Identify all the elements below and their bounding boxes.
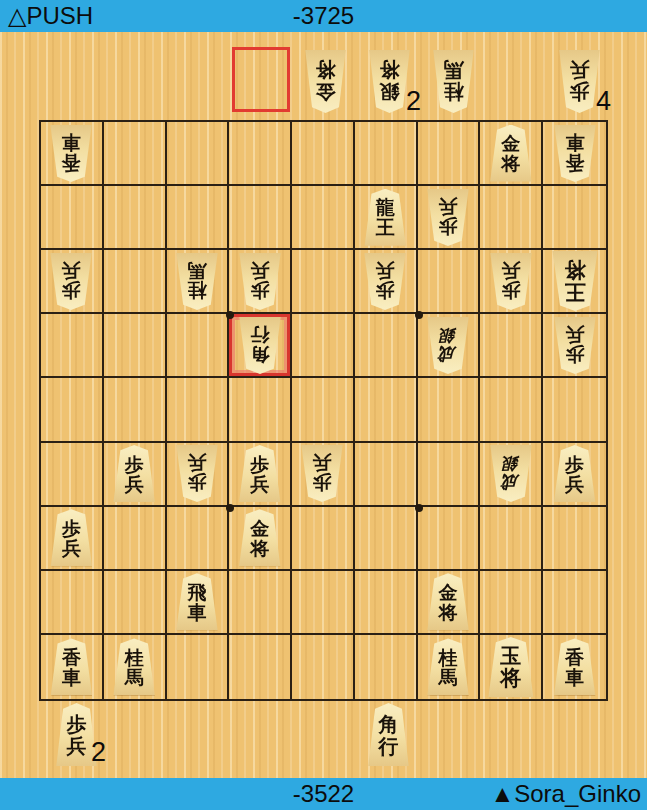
sente-piece-飛車[interactable]: 飛車 (174, 573, 220, 630)
piece-kanji: 歩 (125, 454, 144, 474)
gote-piece-歩兵[interactable]: 歩兵 (488, 253, 534, 310)
piece-kanji: 成 (502, 474, 519, 492)
board-cell[interactable] (292, 378, 355, 442)
bottom-bar: -3522 ▲Sora_Ginko (0, 778, 647, 810)
piece-kanji: 角 (379, 713, 399, 735)
piece-kanji: 将 (564, 259, 585, 281)
gote-piece-香車[interactable]: 香車 (552, 125, 598, 182)
board-cell[interactable]: 歩兵 (41, 507, 104, 571)
piece-kanji: 香 (565, 153, 584, 173)
top-bar: △PUSH -3725 (0, 0, 647, 32)
board-cell[interactable]: 金将 (229, 507, 292, 571)
piece-kanji: 歩 (250, 281, 269, 301)
gote-piece-成銀[interactable]: 成銀 (425, 317, 471, 374)
piece-kanji: 金 (439, 582, 458, 602)
piece-kanji: 香 (62, 647, 81, 667)
board-cell[interactable] (418, 507, 481, 571)
board-cell[interactable] (480, 571, 543, 635)
piece-kanji: 銀 (380, 82, 400, 104)
board-cell[interactable]: 金将 (418, 571, 481, 635)
piece-kanji: 歩 (313, 474, 332, 494)
board-cell[interactable]: 桂馬 (104, 635, 167, 699)
hoshi-dot (415, 311, 423, 319)
board-cell[interactable]: 香車 (41, 122, 104, 186)
sente-piece-香車[interactable]: 香車 (48, 638, 94, 695)
piece-kanji: 香 (565, 647, 584, 667)
piece-kanji: 銀 (440, 327, 457, 345)
piece-kanji: 金 (316, 82, 336, 104)
hand-piece-count: 4 (596, 86, 611, 117)
board-cell[interactable]: 歩兵 (418, 186, 481, 250)
gote-piece-歩兵[interactable]: 歩兵 (362, 253, 408, 310)
gote-piece-歩兵[interactable]: 歩兵 (48, 253, 94, 310)
piece-kanji: 兵 (67, 735, 87, 757)
board-cell[interactable] (418, 443, 481, 507)
piece-kanji: 歩 (570, 82, 590, 104)
piece-kanji: 兵 (250, 474, 269, 494)
board-cell[interactable]: 歩兵 (229, 250, 292, 314)
hand-piece-count: 2 (91, 737, 106, 768)
piece-kanji: 桂 (444, 82, 464, 104)
board-cell[interactable] (355, 507, 418, 571)
piece-kanji: 兵 (62, 261, 81, 281)
piece-kanji: 行 (250, 325, 269, 345)
gote-piece-桂馬[interactable]: 桂馬 (174, 253, 220, 310)
board-cell[interactable] (355, 635, 418, 699)
board-cell[interactable]: 歩兵 (167, 443, 230, 507)
piece-kanji: 桂 (439, 647, 458, 667)
piece-kanji: 車 (187, 602, 206, 622)
board-cell[interactable] (292, 314, 355, 378)
board-cell[interactable] (480, 314, 543, 378)
board-cell[interactable]: 王将 (543, 250, 606, 314)
piece-kanji: 兵 (501, 261, 520, 281)
gote-piece-角行[interactable]: 角行 (237, 317, 283, 374)
board-cell[interactable]: 成銀 (480, 443, 543, 507)
board-cell[interactable]: 歩兵 (355, 250, 418, 314)
piece-kanji: 歩 (439, 217, 458, 237)
piece-kanji: 歩 (565, 454, 584, 474)
board-cell[interactable]: 歩兵 (104, 443, 167, 507)
board-cell[interactable] (292, 635, 355, 699)
piece-kanji: 馬 (444, 60, 464, 82)
board-cell[interactable] (167, 186, 230, 250)
board-cell[interactable] (167, 122, 230, 186)
board-cell[interactable] (104, 122, 167, 186)
piece-kanji: 兵 (187, 454, 206, 474)
piece-kanji: 成 (440, 345, 457, 363)
board-cell[interactable]: 玉将 (480, 635, 543, 699)
board-cell[interactable] (41, 378, 104, 442)
gote-piece-歩兵[interactable]: 歩兵 (299, 445, 345, 502)
board-cell[interactable]: 角行 (229, 314, 292, 378)
piece-kanji: 兵 (565, 474, 584, 494)
piece-kanji: 馬 (187, 261, 206, 281)
sente-piece-香車[interactable]: 香車 (552, 638, 598, 695)
piece-kanji: 銀 (502, 456, 519, 474)
board-cell[interactable] (543, 507, 606, 571)
piece-kanji: 歩 (250, 454, 269, 474)
sente-player-label: ▲Sora_Ginko (491, 778, 642, 809)
gote-piece-歩兵[interactable]: 歩兵 (552, 317, 598, 374)
piece-kanji: 兵 (565, 325, 584, 345)
board-cell[interactable] (229, 571, 292, 635)
piece-kanji: 兵 (376, 261, 395, 281)
piece-kanji: 兵 (125, 474, 144, 494)
piece-kanji: 玉 (500, 645, 521, 667)
board-cell[interactable] (104, 507, 167, 571)
board-cell[interactable]: 香車 (543, 122, 606, 186)
piece-kanji: 兵 (313, 454, 332, 474)
board-cell[interactable] (229, 635, 292, 699)
board-cell[interactable] (104, 571, 167, 635)
piece-kanji: 角 (250, 345, 269, 365)
board-cell[interactable] (229, 378, 292, 442)
board-cell[interactable] (41, 443, 104, 507)
board-cell[interactable]: 香車 (41, 635, 104, 699)
sente-piece-桂馬[interactable]: 桂馬 (425, 638, 471, 695)
board-cell[interactable] (292, 186, 355, 250)
piece-kanji: 歩 (376, 281, 395, 301)
board-cell[interactable]: 龍王 (355, 186, 418, 250)
piece-kanji: 将 (500, 667, 521, 689)
piece-kanji: 車 (62, 133, 81, 153)
board-cell[interactable]: 桂馬 (167, 250, 230, 314)
hand-piece-count: 2 (406, 86, 421, 117)
board-cell[interactable] (355, 571, 418, 635)
board-cell[interactable] (104, 314, 167, 378)
piece-kanji: 兵 (62, 538, 81, 558)
board-cell[interactable]: 歩兵 (543, 443, 606, 507)
piece-kanji: 歩 (67, 713, 87, 735)
board-cell[interactable]: 香車 (543, 635, 606, 699)
board-cell[interactable] (167, 635, 230, 699)
piece-kanji: 王 (564, 281, 585, 303)
sente-piece-金将[interactable]: 金将 (237, 509, 283, 566)
piece-kanji: 兵 (439, 197, 458, 217)
piece-kanji: 車 (62, 667, 81, 687)
sente-piece-歩兵[interactable]: 歩兵 (111, 445, 157, 502)
board-cell[interactable] (543, 186, 606, 250)
gote-piece-王将[interactable]: 王将 (550, 251, 600, 311)
piece-kanji: 歩 (565, 345, 584, 365)
hoshi-dot (226, 504, 234, 512)
gote-eval-score: -3725 (0, 0, 647, 31)
board-cell[interactable]: 飛車 (167, 571, 230, 635)
board-cell[interactable] (41, 186, 104, 250)
board-cell[interactable] (543, 571, 606, 635)
board-cell[interactable] (480, 507, 543, 571)
board-cell[interactable] (167, 507, 230, 571)
piece-kanji: 歩 (62, 281, 81, 301)
sente-piece-金将[interactable]: 金将 (488, 125, 534, 182)
piece-kanji: 将 (439, 602, 458, 622)
shogi-board[interactable]: 香車金将香車龍王歩兵歩兵桂馬歩兵歩兵歩兵王将角行成銀歩兵歩兵歩兵歩兵歩兵成銀歩兵… (39, 120, 608, 701)
board-cell[interactable]: 歩兵 (292, 443, 355, 507)
piece-kanji: 馬 (125, 667, 144, 687)
piece-kanji: 桂 (125, 647, 144, 667)
board-cell[interactable] (104, 186, 167, 250)
piece-kanji: 王 (376, 217, 395, 237)
board-cell[interactable] (292, 507, 355, 571)
gote-piece-歩兵[interactable]: 歩兵 (425, 189, 471, 246)
piece-kanji: 兵 (570, 60, 590, 82)
last-move-source-hand-slot (232, 47, 290, 112)
piece-kanji: 歩 (187, 474, 206, 494)
piece-kanji: 将 (316, 60, 336, 82)
board-cell[interactable] (229, 186, 292, 250)
board-cell[interactable] (355, 378, 418, 442)
board-cell[interactable]: 桂馬 (418, 635, 481, 699)
piece-kanji: 将 (380, 60, 400, 82)
board-cell[interactable] (104, 378, 167, 442)
piece-kanji: 桂 (187, 281, 206, 301)
sente-piece-桂馬[interactable]: 桂馬 (111, 638, 157, 695)
piece-kanji: 馬 (439, 667, 458, 687)
sente-piece-歩兵[interactable]: 歩兵 (48, 509, 94, 566)
gote-piece-成銀[interactable]: 成銀 (488, 445, 534, 502)
piece-kanji: 飛 (187, 582, 206, 602)
board-cell[interactable]: 歩兵 (229, 443, 292, 507)
board-cell[interactable]: 金将 (480, 122, 543, 186)
piece-kanji: 歩 (501, 281, 520, 301)
hoshi-dot (415, 504, 423, 512)
sente-piece-金将[interactable]: 金将 (425, 573, 471, 630)
board-cell[interactable] (292, 571, 355, 635)
board-cell[interactable] (41, 314, 104, 378)
piece-kanji: 金 (250, 518, 269, 538)
board-cell[interactable] (543, 378, 606, 442)
sente-piece-歩兵[interactable]: 歩兵 (237, 445, 283, 502)
board-cell[interactable] (292, 122, 355, 186)
piece-kanji: 車 (565, 133, 584, 153)
board-cell[interactable] (41, 571, 104, 635)
board-cell[interactable] (167, 378, 230, 442)
board-cell[interactable] (418, 378, 481, 442)
piece-kanji: 歩 (62, 518, 81, 538)
piece-kanji: 行 (379, 735, 399, 757)
board-cell[interactable]: 成銀 (418, 314, 481, 378)
app-window: △PUSH -3725 金将銀将2桂馬歩兵4 香車金将香車龍王歩兵歩兵桂馬歩兵歩… (0, 0, 647, 810)
piece-kanji: 香 (62, 153, 81, 173)
gote-piece-歩兵[interactable]: 歩兵 (174, 445, 220, 502)
gote-piece-歩兵[interactable]: 歩兵 (237, 253, 283, 310)
board-cell[interactable] (355, 122, 418, 186)
board-cell[interactable] (229, 122, 292, 186)
board-cell[interactable] (292, 250, 355, 314)
board-cell[interactable] (480, 378, 543, 442)
piece-kanji: 車 (565, 667, 584, 687)
board-cell[interactable] (355, 314, 418, 378)
sente-piece-歩兵[interactable]: 歩兵 (552, 445, 598, 502)
board-cell[interactable] (104, 250, 167, 314)
sente-piece-龍王[interactable]: 龍王 (362, 189, 408, 246)
board-cell[interactable]: 歩兵 (41, 250, 104, 314)
board-cell[interactable] (355, 443, 418, 507)
board-cell[interactable] (167, 314, 230, 378)
board-cell[interactable]: 歩兵 (480, 250, 543, 314)
sente-piece-玉将[interactable]: 玉将 (486, 637, 536, 697)
board-cell[interactable] (418, 122, 481, 186)
board-cell[interactable] (480, 186, 543, 250)
piece-kanji: 龍 (376, 197, 395, 217)
piece-kanji: 将 (250, 538, 269, 558)
piece-kanji: 将 (501, 153, 520, 173)
board-cell[interactable] (418, 250, 481, 314)
piece-kanji: 兵 (250, 261, 269, 281)
board-cell[interactable]: 歩兵 (543, 314, 606, 378)
piece-kanji: 金 (501, 133, 520, 153)
gote-piece-香車[interactable]: 香車 (48, 125, 94, 182)
